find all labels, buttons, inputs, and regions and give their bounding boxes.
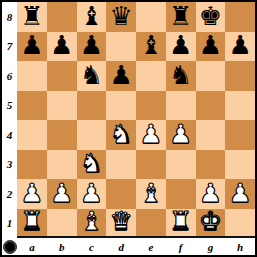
square-f4[interactable]: ♟ [166,120,196,150]
square-e1[interactable] [136,209,166,239]
square-a3[interactable] [17,150,47,180]
square-b6[interactable] [47,61,77,91]
square-b3[interactable] [47,150,77,180]
square-c8[interactable]: ♝ [77,2,107,32]
square-h7[interactable]: ♟ [225,32,255,62]
square-e5[interactable] [136,91,166,121]
file-label-c: c [77,238,107,255]
square-b4[interactable] [47,120,77,150]
square-g3[interactable] [196,150,226,180]
rank-label-1: 1 [2,209,17,239]
square-c2[interactable]: ♟ [77,179,107,209]
piece-black-pawn-h7[interactable]: ♟ [228,32,251,58]
piece-black-queen-d8[interactable]: ♛ [109,3,132,29]
square-d6[interactable]: ♟ [106,61,136,91]
square-a1[interactable]: ♜ [17,209,47,239]
piece-black-pawn-f7[interactable]: ♟ [169,32,192,58]
piece-black-rook-a8[interactable]: ♜ [20,3,43,29]
square-c7[interactable]: ♟ [77,32,107,62]
piece-white-king-g1[interactable]: ♚ [199,209,222,235]
file-label-e: e [136,238,166,255]
piece-black-pawn-a7[interactable]: ♟ [20,32,43,58]
square-c1[interactable]: ♝ [77,209,107,239]
piece-white-bishop-c1[interactable]: ♝ [80,209,103,235]
piece-black-knight-c6[interactable]: ♞ [80,62,103,88]
square-a5[interactable] [17,91,47,121]
square-d8[interactable]: ♛ [106,2,136,32]
square-g1[interactable]: ♚ [196,209,226,239]
square-f2[interactable] [166,179,196,209]
square-h8[interactable] [225,2,255,32]
piece-white-pawn-e4[interactable]: ♟ [139,121,162,147]
square-b2[interactable]: ♟ [47,179,77,209]
square-f7[interactable]: ♟ [166,32,196,62]
piece-white-queen-d1[interactable]: ♛ [109,209,132,235]
square-d4[interactable]: ♞ [106,120,136,150]
square-a4[interactable] [17,120,47,150]
square-f6[interactable]: ♞ [166,61,196,91]
rank-label-2: 2 [2,179,17,209]
square-a8[interactable]: ♜ [17,2,47,32]
turn-indicator-cell [2,238,17,255]
file-label-f: f [166,238,196,255]
square-g4[interactable] [196,120,226,150]
square-f1[interactable]: ♜ [166,209,196,239]
rank-label-3: 3 [2,150,17,180]
file-label-d: d [106,238,136,255]
square-h4[interactable] [225,120,255,150]
piece-black-pawn-c7[interactable]: ♟ [80,32,103,58]
square-d2[interactable] [106,179,136,209]
square-h1[interactable] [225,209,255,239]
square-c3[interactable]: ♞ [77,150,107,180]
piece-black-knight-f6[interactable]: ♞ [169,62,192,88]
rank-label-5: 5 [2,91,17,121]
piece-white-pawn-a2[interactable]: ♟ [20,180,43,206]
chess-board-diagram: 8♜♝♛♜♚7♟♟♟♝♟♟♟6♞♟♞54♞♟♟3♞2♟♟♟♝♟♟1♜♝♛♜♚ab… [0,0,257,257]
piece-white-pawn-h2[interactable]: ♟ [228,180,251,206]
square-g8[interactable]: ♚ [196,2,226,32]
piece-black-pawn-d6[interactable]: ♟ [109,62,132,88]
square-h3[interactable] [225,150,255,180]
square-d7[interactable] [106,32,136,62]
piece-white-knight-d4[interactable]: ♞ [109,121,132,147]
file-label-b: b [47,238,77,255]
square-g7[interactable]: ♟ [196,32,226,62]
piece-white-pawn-f4[interactable]: ♟ [169,121,192,147]
piece-white-pawn-g2[interactable]: ♟ [199,180,222,206]
piece-black-rook-f8[interactable]: ♜ [169,3,192,29]
piece-black-king-g8[interactable]: ♚ [199,3,222,29]
piece-white-pawn-c2[interactable]: ♟ [80,180,103,206]
square-b8[interactable] [47,2,77,32]
file-label-g: g [196,238,226,255]
rank-label-7: 7 [2,32,17,62]
square-e7[interactable]: ♝ [136,32,166,62]
piece-black-pawn-g7[interactable]: ♟ [199,32,222,58]
square-g6[interactable] [196,61,226,91]
square-a7[interactable]: ♟ [17,32,47,62]
file-label-a: a [17,238,47,255]
square-g2[interactable]: ♟ [196,179,226,209]
rank-label-6: 6 [2,61,17,91]
square-c6[interactable]: ♞ [77,61,107,91]
file-label-h: h [225,238,255,255]
square-e3[interactable] [136,150,166,180]
square-e6[interactable] [136,61,166,91]
square-d1[interactable]: ♛ [106,209,136,239]
square-a2[interactable]: ♟ [17,179,47,209]
square-h6[interactable] [225,61,255,91]
turn-indicator-black-to-move [3,240,17,254]
square-h5[interactable] [225,91,255,121]
square-e2[interactable]: ♝ [136,179,166,209]
square-c4[interactable] [77,120,107,150]
square-d5[interactable] [106,91,136,121]
square-b5[interactable] [47,91,77,121]
square-h2[interactable]: ♟ [225,179,255,209]
piece-black-pawn-b7[interactable]: ♟ [50,32,73,58]
piece-white-bishop-e2[interactable]: ♝ [139,180,162,206]
piece-black-bishop-e7[interactable]: ♝ [139,32,162,58]
piece-white-pawn-b2[interactable]: ♟ [50,180,73,206]
square-e8[interactable] [136,2,166,32]
piece-black-bishop-c8[interactable]: ♝ [80,3,103,29]
square-a6[interactable] [17,61,47,91]
square-d3[interactable] [106,150,136,180]
piece-white-rook-a1[interactable]: ♜ [20,209,43,235]
square-f3[interactable] [166,150,196,180]
rank-label-4: 4 [2,120,17,150]
square-f5[interactable] [166,91,196,121]
square-c5[interactable] [77,91,107,121]
square-e4[interactable]: ♟ [136,120,166,150]
piece-white-knight-c3[interactable]: ♞ [80,150,103,176]
square-f8[interactable]: ♜ [166,2,196,32]
square-g5[interactable] [196,91,226,121]
square-b7[interactable]: ♟ [47,32,77,62]
square-b1[interactable] [47,209,77,239]
rank-label-8: 8 [2,2,17,32]
piece-white-rook-f1[interactable]: ♜ [169,209,192,235]
